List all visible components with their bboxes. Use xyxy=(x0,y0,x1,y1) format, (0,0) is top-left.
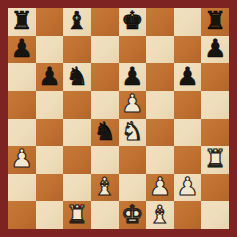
square-c2[interactable] xyxy=(63,174,91,202)
square-b7[interactable] xyxy=(36,36,64,64)
piece-black-pawn-a7: ♟ xyxy=(11,36,33,61)
square-a1[interactable] xyxy=(8,201,36,229)
square-g3[interactable] xyxy=(174,146,202,174)
piece-black-pawn-e6: ♟ xyxy=(121,64,143,89)
square-f3[interactable] xyxy=(146,146,174,174)
square-d7[interactable] xyxy=(91,36,119,64)
square-e2[interactable] xyxy=(119,174,147,202)
square-b8[interactable] xyxy=(36,8,64,36)
square-f1[interactable]: ♝ xyxy=(146,201,174,229)
square-c8[interactable]: ♝ xyxy=(63,8,91,36)
square-h4[interactable] xyxy=(201,119,229,147)
square-c7[interactable] xyxy=(63,36,91,64)
square-h8[interactable]: ♜ xyxy=(201,8,229,36)
square-c5[interactable] xyxy=(63,91,91,119)
piece-white-rook-h3: ♜ xyxy=(204,146,226,171)
piece-white-pawn-f2: ♟ xyxy=(149,174,171,199)
piece-white-pawn-a3: ♟ xyxy=(11,146,33,171)
square-f7[interactable] xyxy=(146,36,174,64)
square-a2[interactable] xyxy=(8,174,36,202)
square-f5[interactable] xyxy=(146,91,174,119)
square-d5[interactable] xyxy=(91,91,119,119)
piece-black-rook-a8: ♜ xyxy=(11,8,33,33)
square-h1[interactable] xyxy=(201,201,229,229)
square-h3[interactable]: ♜ xyxy=(201,146,229,174)
square-e4[interactable]: ♞ xyxy=(119,119,147,147)
square-f2[interactable]: ♟ xyxy=(146,174,174,202)
square-f8[interactable] xyxy=(146,8,174,36)
piece-black-knight-c6: ♞ xyxy=(66,64,88,89)
piece-white-pawn-e5: ♟ xyxy=(121,91,143,116)
square-b3[interactable] xyxy=(36,146,64,174)
square-e1[interactable]: ♚ xyxy=(119,201,147,229)
square-c6[interactable]: ♞ xyxy=(63,63,91,91)
square-b4[interactable] xyxy=(36,119,64,147)
square-d2[interactable]: ♝ xyxy=(91,174,119,202)
piece-black-pawn-g6: ♟ xyxy=(176,64,198,89)
square-b1[interactable] xyxy=(36,201,64,229)
square-h2[interactable] xyxy=(201,174,229,202)
square-d1[interactable] xyxy=(91,201,119,229)
square-h6[interactable] xyxy=(201,63,229,91)
square-g5[interactable] xyxy=(174,91,202,119)
piece-white-bishop-f1: ♝ xyxy=(149,202,171,227)
piece-white-bishop-d2: ♝ xyxy=(93,174,115,199)
square-g7[interactable] xyxy=(174,36,202,64)
square-c3[interactable] xyxy=(63,146,91,174)
piece-white-knight-e4: ♞ xyxy=(121,119,143,144)
square-d4[interactable]: ♞ xyxy=(91,119,119,147)
square-h5[interactable] xyxy=(201,91,229,119)
square-a8[interactable]: ♜ xyxy=(8,8,36,36)
square-g4[interactable] xyxy=(174,119,202,147)
square-g8[interactable] xyxy=(174,8,202,36)
square-c4[interactable] xyxy=(63,119,91,147)
square-d8[interactable] xyxy=(91,8,119,36)
square-e3[interactable] xyxy=(119,146,147,174)
square-e7[interactable] xyxy=(119,36,147,64)
piece-black-rook-h8: ♜ xyxy=(204,8,226,33)
square-e6[interactable]: ♟ xyxy=(119,63,147,91)
square-f4[interactable] xyxy=(146,119,174,147)
square-g6[interactable]: ♟ xyxy=(174,63,202,91)
piece-black-bishop-c8: ♝ xyxy=(66,8,88,33)
square-c1[interactable]: ♜ xyxy=(63,201,91,229)
square-d3[interactable] xyxy=(91,146,119,174)
square-h7[interactable]: ♟ xyxy=(201,36,229,64)
square-e8[interactable]: ♚ xyxy=(119,8,147,36)
square-g2[interactable]: ♟ xyxy=(174,174,202,202)
piece-black-pawn-h7: ♟ xyxy=(204,36,226,61)
square-d6[interactable] xyxy=(91,63,119,91)
square-a6[interactable] xyxy=(8,63,36,91)
square-g1[interactable] xyxy=(174,201,202,229)
square-b2[interactable] xyxy=(36,174,64,202)
piece-black-knight-d4: ♞ xyxy=(93,119,115,144)
square-a3[interactable]: ♟ xyxy=(8,146,36,174)
square-e5[interactable]: ♟ xyxy=(119,91,147,119)
square-a4[interactable] xyxy=(8,119,36,147)
piece-black-pawn-b6: ♟ xyxy=(38,64,60,89)
piece-black-king-e8: ♚ xyxy=(121,8,143,33)
square-b5[interactable] xyxy=(36,91,64,119)
square-b6[interactable]: ♟ xyxy=(36,63,64,91)
chess-app: ♜♝♚♜♟♟♟♞♟♟♟♞♞♟♜♝♟♟♜♚♝ xyxy=(0,0,237,237)
chess-board: ♜♝♚♜♟♟♟♞♟♟♟♞♞♟♜♝♟♟♜♚♝ xyxy=(8,8,229,229)
square-f6[interactable] xyxy=(146,63,174,91)
square-a7[interactable]: ♟ xyxy=(8,36,36,64)
piece-white-rook-c1: ♜ xyxy=(66,202,88,227)
square-a5[interactable] xyxy=(8,91,36,119)
piece-white-king-e1: ♚ xyxy=(121,202,143,227)
piece-white-pawn-g2: ♟ xyxy=(176,174,198,199)
board-frame: ♜♝♚♜♟♟♟♞♟♟♟♞♞♟♜♝♟♟♜♚♝ xyxy=(0,0,237,237)
